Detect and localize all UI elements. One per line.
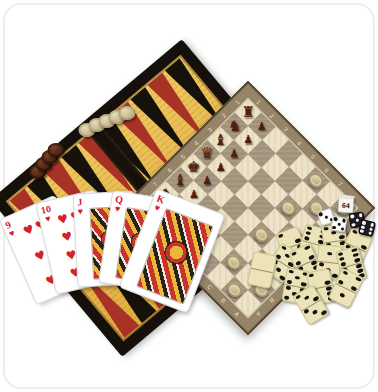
card-index: 10♥ bbox=[40, 204, 54, 225]
heart-pip: ♥ bbox=[56, 212, 70, 228]
card-index: Q♥ bbox=[113, 194, 124, 214]
heart-suit-icon: ♥ bbox=[77, 207, 83, 216]
card-index: J♥ bbox=[77, 197, 83, 216]
heart-suit-icon: ♥ bbox=[113, 204, 122, 214]
face-card-art bbox=[136, 208, 214, 305]
heart-pip: ♥ bbox=[60, 230, 74, 246]
card-index: 9♥ bbox=[4, 220, 17, 240]
heart-suit-icon: ♥ bbox=[42, 214, 54, 225]
heart-suit-icon: ♥ bbox=[8, 229, 17, 239]
product-photo-scene: 12345678 HGFEDCBA 12345678 HGFEDCBA ♜♟♞♟… bbox=[0, 0, 378, 392]
playing-cards-fan: 9♥♥♥♥♥♥♥♥♥♥10♥♥♥♥♥♥♥♥♥♥♥J♥Q♥K♥ bbox=[0, 0, 378, 392]
heart-suit-icon: ♥ bbox=[152, 203, 162, 214]
